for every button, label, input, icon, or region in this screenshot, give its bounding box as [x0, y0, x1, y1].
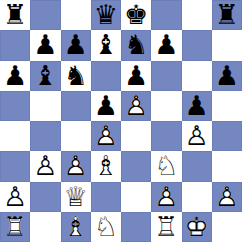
black-pawn-glyph: ♟	[151, 30, 181, 60]
square-c4[interactable]	[61, 121, 91, 151]
square-g2[interactable]	[182, 182, 212, 212]
square-e5[interactable]: ♟♙	[121, 91, 151, 121]
square-d8[interactable]: ♛	[91, 0, 121, 30]
white-pawn-outline: ♙	[61, 151, 91, 181]
square-h7[interactable]	[212, 30, 242, 60]
piece-white-pawn: ♟♙	[121, 91, 151, 121]
square-g6[interactable]	[182, 61, 212, 91]
piece-white-rook: ♜♖	[151, 212, 181, 242]
square-f3[interactable]: ♞♘	[151, 151, 181, 181]
white-pawn-outline: ♙	[0, 182, 30, 212]
square-h3[interactable]	[212, 151, 242, 181]
square-b2[interactable]	[30, 182, 60, 212]
square-d6[interactable]	[91, 61, 121, 91]
square-b6[interactable]: ♝	[30, 61, 60, 91]
black-pawn-glyph: ♟	[91, 91, 121, 121]
black-pawn-glyph: ♟	[61, 30, 91, 60]
piece-black-rook: ♜	[212, 0, 242, 30]
white-pawn-outline: ♙	[212, 182, 242, 212]
black-pawn-glyph: ♟	[121, 61, 151, 91]
square-h8[interactable]: ♜	[212, 0, 242, 30]
square-e6[interactable]: ♟	[121, 61, 151, 91]
square-b5[interactable]	[30, 91, 60, 121]
piece-white-queen: ♛♕	[61, 182, 91, 212]
piece-white-king: ♚♔	[182, 212, 212, 242]
square-h2[interactable]: ♟♙	[212, 182, 242, 212]
square-g3[interactable]	[182, 151, 212, 181]
square-f4[interactable]	[151, 121, 181, 151]
piece-white-pawn: ♟♙	[151, 182, 181, 212]
piece-white-knight: ♞♘	[151, 151, 181, 181]
square-d2[interactable]	[91, 182, 121, 212]
piece-black-bishop: ♝	[91, 30, 121, 60]
square-g4[interactable]: ♟♙	[182, 121, 212, 151]
black-bishop-glyph: ♝	[91, 30, 121, 60]
square-b1[interactable]	[30, 212, 60, 242]
square-a1[interactable]: ♜♖	[0, 212, 30, 242]
piece-black-pawn: ♟	[151, 30, 181, 60]
piece-white-bishop: ♝♗	[61, 212, 91, 242]
piece-white-pawn: ♟♙	[91, 121, 121, 151]
square-e7[interactable]: ♞	[121, 30, 151, 60]
piece-white-rook: ♜♖	[0, 212, 30, 242]
square-a5[interactable]	[0, 91, 30, 121]
black-bishop-glyph: ♝	[30, 61, 60, 91]
square-d4[interactable]: ♟♙	[91, 121, 121, 151]
square-h6[interactable]: ♟	[212, 61, 242, 91]
piece-black-pawn: ♟	[121, 61, 151, 91]
square-f2[interactable]: ♟♙	[151, 182, 181, 212]
square-e3[interactable]	[121, 151, 151, 181]
white-pawn-outline: ♙	[91, 121, 121, 151]
black-pawn-glyph: ♟	[30, 30, 60, 60]
piece-white-knight: ♞♘	[91, 212, 121, 242]
black-rook-glyph: ♜	[212, 0, 242, 30]
square-d5[interactable]: ♟	[91, 91, 121, 121]
white-rook-outline: ♖	[0, 212, 30, 242]
piece-black-pawn: ♟	[61, 30, 91, 60]
square-e8[interactable]: ♚	[121, 0, 151, 30]
white-knight-outline: ♘	[151, 151, 181, 181]
black-king-glyph: ♚	[121, 0, 151, 30]
piece-white-pawn: ♟♙	[0, 182, 30, 212]
piece-black-queen: ♛	[91, 0, 121, 30]
square-g1[interactable]: ♚♔	[182, 212, 212, 242]
square-a3[interactable]	[0, 151, 30, 181]
square-c8[interactable]	[61, 0, 91, 30]
square-a8[interactable]: ♜	[0, 0, 30, 30]
square-f5[interactable]	[151, 91, 181, 121]
white-bishop-outline: ♗	[91, 151, 121, 181]
square-g7[interactable]	[182, 30, 212, 60]
square-e1[interactable]	[121, 212, 151, 242]
black-knight-glyph: ♞	[121, 30, 151, 60]
square-f8[interactable]	[151, 0, 181, 30]
square-b3[interactable]: ♟♙	[30, 151, 60, 181]
square-b4[interactable]	[30, 121, 60, 151]
square-d7[interactable]: ♝	[91, 30, 121, 60]
square-c7[interactable]: ♟	[61, 30, 91, 60]
piece-black-pawn: ♟	[91, 91, 121, 121]
white-pawn-outline: ♙	[121, 91, 151, 121]
piece-black-pawn: ♟	[182, 91, 212, 121]
black-pawn-glyph: ♟	[182, 91, 212, 121]
square-d1[interactable]: ♞♘	[91, 212, 121, 242]
square-f7[interactable]: ♟	[151, 30, 181, 60]
white-pawn-outline: ♙	[182, 121, 212, 151]
piece-black-pawn: ♟	[212, 61, 242, 91]
square-e2[interactable]	[121, 182, 151, 212]
piece-black-knight: ♞	[121, 30, 151, 60]
white-pawn-outline: ♙	[30, 151, 60, 181]
white-king-outline: ♔	[182, 212, 212, 242]
square-g8[interactable]	[182, 0, 212, 30]
white-pawn-outline: ♙	[151, 182, 181, 212]
square-c6[interactable]: ♞	[61, 61, 91, 91]
piece-white-pawn: ♟♙	[212, 182, 242, 212]
piece-white-pawn: ♟♙	[182, 121, 212, 151]
square-b8[interactable]	[30, 0, 60, 30]
square-c2[interactable]: ♛♕	[61, 182, 91, 212]
piece-black-knight: ♞	[61, 61, 91, 91]
square-a4[interactable]	[0, 121, 30, 151]
black-pawn-glyph: ♟	[212, 61, 242, 91]
black-knight-glyph: ♞	[61, 61, 91, 91]
square-d3[interactable]: ♝♗	[91, 151, 121, 181]
piece-white-pawn: ♟♙	[61, 151, 91, 181]
square-a2[interactable]: ♟♙	[0, 182, 30, 212]
square-c5[interactable]	[61, 91, 91, 121]
black-queen-glyph: ♛	[91, 0, 121, 30]
white-bishop-outline: ♗	[61, 212, 91, 242]
piece-white-pawn: ♟♙	[30, 151, 60, 181]
square-h4[interactable]	[212, 121, 242, 151]
piece-black-rook: ♜	[0, 0, 30, 30]
white-queen-outline: ♕	[61, 182, 91, 212]
square-f6[interactable]	[151, 61, 181, 91]
black-pawn-glyph: ♟	[0, 61, 30, 91]
piece-white-bishop: ♝♗	[91, 151, 121, 181]
piece-black-pawn: ♟	[30, 30, 60, 60]
square-c3[interactable]: ♟♙	[61, 151, 91, 181]
square-h1[interactable]	[212, 212, 242, 242]
square-g5[interactable]: ♟	[182, 91, 212, 121]
square-e4[interactable]	[121, 121, 151, 151]
chess-board: ♜♛♚♜♟♟♝♞♟♟♝♞♟♟♟♟♙♟♟♙♟♙♟♙♟♙♝♗♞♘♟♙♛♕♟♙♟♙♜♖…	[0, 0, 242, 242]
piece-black-pawn: ♟	[0, 61, 30, 91]
square-c1[interactable]: ♝♗	[61, 212, 91, 242]
square-a6[interactable]: ♟	[0, 61, 30, 91]
black-rook-glyph: ♜	[0, 0, 30, 30]
square-h5[interactable]	[212, 91, 242, 121]
white-rook-outline: ♖	[151, 212, 181, 242]
square-a7[interactable]	[0, 30, 30, 60]
white-knight-outline: ♘	[91, 212, 121, 242]
piece-black-bishop: ♝	[30, 61, 60, 91]
piece-black-king: ♚	[121, 0, 151, 30]
square-b7[interactable]: ♟	[30, 30, 60, 60]
square-f1[interactable]: ♜♖	[151, 212, 181, 242]
